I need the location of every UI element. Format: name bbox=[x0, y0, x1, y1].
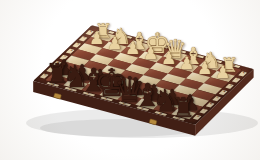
rank-label-right-6: 6 bbox=[205, 102, 214, 107]
rank-label-right-5: 5 bbox=[212, 96, 221, 101]
rank-label-right-4: 4 bbox=[218, 90, 227, 95]
rank-label-right-1: 1 bbox=[238, 71, 247, 76]
chess-set-product-photo: HHGGFFEEDDCCBBAA1122334455667788 ♜♞♝♚♛♝♞… bbox=[0, 0, 260, 160]
rank-label-right-7: 7 bbox=[199, 109, 208, 114]
rank-label-right-2: 2 bbox=[231, 78, 240, 83]
rank-label-right-3: 3 bbox=[225, 84, 234, 89]
rank-label-right-8: 8 bbox=[192, 115, 201, 120]
